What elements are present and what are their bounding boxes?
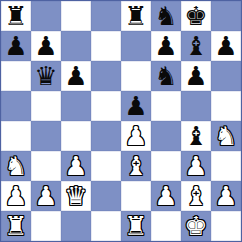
square-d4[interactable] bbox=[91, 121, 121, 151]
square-a4[interactable] bbox=[1, 121, 31, 151]
square-g2[interactable]: ♝ bbox=[181, 181, 211, 211]
square-b5[interactable] bbox=[31, 91, 61, 121]
square-g4[interactable]: ♝ bbox=[181, 121, 211, 151]
black-rook-e8[interactable]: ♜ bbox=[124, 1, 147, 31]
white-pawn-c3[interactable]: ♟ bbox=[64, 151, 87, 181]
square-b2[interactable]: ♟ bbox=[31, 181, 61, 211]
square-c6[interactable]: ♟ bbox=[61, 61, 91, 91]
white-bishop-g2[interactable]: ♝ bbox=[184, 181, 207, 211]
square-g1[interactable]: ♚ bbox=[181, 211, 211, 241]
square-d6[interactable] bbox=[91, 61, 121, 91]
square-b4[interactable] bbox=[31, 121, 61, 151]
square-f4[interactable] bbox=[151, 121, 181, 151]
white-pawn-g3[interactable]: ♟ bbox=[184, 151, 207, 181]
square-g8[interactable]: ♚ bbox=[181, 1, 211, 31]
square-b7[interactable]: ♟ bbox=[31, 31, 61, 61]
square-d3[interactable] bbox=[91, 151, 121, 181]
square-h8[interactable] bbox=[211, 1, 241, 31]
square-e7[interactable] bbox=[121, 31, 151, 61]
square-a7[interactable]: ♟ bbox=[1, 31, 31, 61]
square-h4[interactable]: ♞ bbox=[211, 121, 241, 151]
square-b3[interactable] bbox=[31, 151, 61, 181]
chess-board: ♜♜♞♚♟♟♟♝♟♛♟♞♟♟♟♝♞♞♟♝♟♟♟♛♟♝♟♜♜♚ bbox=[0, 0, 242, 242]
square-h1[interactable] bbox=[211, 211, 241, 241]
black-bishop-g7[interactable]: ♝ bbox=[184, 31, 207, 61]
black-bishop-g4[interactable]: ♝ bbox=[184, 121, 207, 151]
black-pawn-b7[interactable]: ♟ bbox=[34, 31, 57, 61]
black-pawn-g6[interactable]: ♟ bbox=[184, 61, 207, 91]
square-h2[interactable]: ♟ bbox=[211, 181, 241, 211]
square-d5[interactable] bbox=[91, 91, 121, 121]
square-g7[interactable]: ♝ bbox=[181, 31, 211, 61]
square-h6[interactable] bbox=[211, 61, 241, 91]
square-f5[interactable] bbox=[151, 91, 181, 121]
square-e5[interactable]: ♟ bbox=[121, 91, 151, 121]
square-a3[interactable]: ♞ bbox=[1, 151, 31, 181]
square-e8[interactable]: ♜ bbox=[121, 1, 151, 31]
white-knight-a3[interactable]: ♞ bbox=[4, 151, 27, 181]
square-a2[interactable]: ♟ bbox=[1, 181, 31, 211]
square-c2[interactable]: ♛ bbox=[61, 181, 91, 211]
square-f2[interactable]: ♟ bbox=[151, 181, 181, 211]
square-f7[interactable]: ♟ bbox=[151, 31, 181, 61]
square-g5[interactable] bbox=[181, 91, 211, 121]
square-h3[interactable] bbox=[211, 151, 241, 181]
black-king-g8[interactable]: ♚ bbox=[184, 1, 207, 31]
white-knight-h4[interactable]: ♞ bbox=[214, 121, 237, 151]
square-h7[interactable]: ♟ bbox=[211, 31, 241, 61]
square-c4[interactable] bbox=[61, 121, 91, 151]
square-c3[interactable]: ♟ bbox=[61, 151, 91, 181]
square-g6[interactable]: ♟ bbox=[181, 61, 211, 91]
square-d7[interactable] bbox=[91, 31, 121, 61]
square-d1[interactable] bbox=[91, 211, 121, 241]
white-rook-e1[interactable]: ♜ bbox=[124, 211, 147, 241]
square-e2[interactable] bbox=[121, 181, 151, 211]
square-e1[interactable]: ♜ bbox=[121, 211, 151, 241]
white-bishop-e3[interactable]: ♝ bbox=[124, 151, 147, 181]
square-f8[interactable]: ♞ bbox=[151, 1, 181, 31]
square-e6[interactable] bbox=[121, 61, 151, 91]
white-pawn-a2[interactable]: ♟ bbox=[4, 181, 27, 211]
square-d2[interactable] bbox=[91, 181, 121, 211]
square-a1[interactable]: ♜ bbox=[1, 211, 31, 241]
white-pawn-b2[interactable]: ♟ bbox=[34, 181, 57, 211]
square-f1[interactable] bbox=[151, 211, 181, 241]
square-a5[interactable] bbox=[1, 91, 31, 121]
square-g3[interactable]: ♟ bbox=[181, 151, 211, 181]
white-pawn-e4[interactable]: ♟ bbox=[124, 121, 147, 151]
square-f6[interactable]: ♞ bbox=[151, 61, 181, 91]
white-rook-a1[interactable]: ♜ bbox=[4, 211, 27, 241]
square-h5[interactable] bbox=[211, 91, 241, 121]
white-pawn-f2[interactable]: ♟ bbox=[154, 181, 177, 211]
square-c7[interactable] bbox=[61, 31, 91, 61]
square-c8[interactable] bbox=[61, 1, 91, 31]
black-queen-b6[interactable]: ♛ bbox=[34, 61, 57, 91]
square-a8[interactable]: ♜ bbox=[1, 1, 31, 31]
black-pawn-f7[interactable]: ♟ bbox=[154, 31, 177, 61]
white-queen-c2[interactable]: ♛ bbox=[64, 181, 87, 211]
square-b8[interactable] bbox=[31, 1, 61, 31]
square-b1[interactable] bbox=[31, 211, 61, 241]
black-pawn-e5[interactable]: ♟ bbox=[124, 91, 147, 121]
square-a6[interactable] bbox=[1, 61, 31, 91]
square-e4[interactable]: ♟ bbox=[121, 121, 151, 151]
square-b6[interactable]: ♛ bbox=[31, 61, 61, 91]
black-rook-a8[interactable]: ♜ bbox=[4, 1, 27, 31]
white-pawn-h2[interactable]: ♟ bbox=[214, 181, 237, 211]
black-knight-f6[interactable]: ♞ bbox=[154, 61, 177, 91]
white-king-g1[interactable]: ♚ bbox=[184, 211, 207, 241]
square-e3[interactable]: ♝ bbox=[121, 151, 151, 181]
square-d8[interactable] bbox=[91, 1, 121, 31]
black-pawn-h7[interactable]: ♟ bbox=[214, 31, 237, 61]
black-pawn-c6[interactable]: ♟ bbox=[64, 61, 87, 91]
black-pawn-a7[interactable]: ♟ bbox=[4, 31, 27, 61]
square-c1[interactable] bbox=[61, 211, 91, 241]
square-c5[interactable] bbox=[61, 91, 91, 121]
square-f3[interactable] bbox=[151, 151, 181, 181]
black-knight-f8[interactable]: ♞ bbox=[154, 1, 177, 31]
